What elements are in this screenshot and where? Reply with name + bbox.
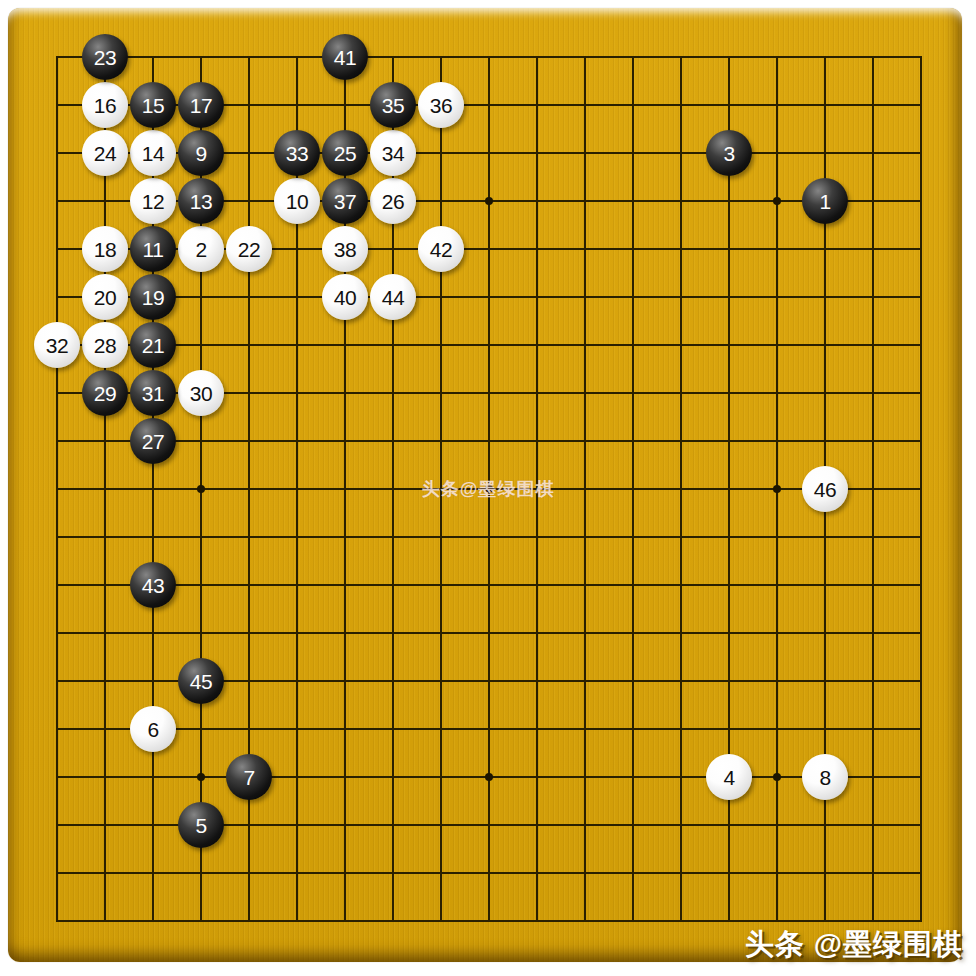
stone-black-35-H18: 35 <box>370 82 416 128</box>
stone-black-17-D18: 17 <box>178 82 224 128</box>
stone-white-24-B17: 24 <box>82 130 128 176</box>
grid-line-horizontal <box>56 872 922 874</box>
stone-black-5-D3: 5 <box>178 802 224 848</box>
stone-white-4-P4: 4 <box>706 754 752 800</box>
grid-line-vertical <box>920 56 922 922</box>
grid-line-horizontal <box>56 920 922 922</box>
stone-white-30-D12: 30 <box>178 370 224 416</box>
stone-black-45-D6: 45 <box>178 658 224 704</box>
stone-black-25-G17: 25 <box>322 130 368 176</box>
stone-white-6-C5: 6 <box>130 706 176 752</box>
stone-black-33-F17: 33 <box>274 130 320 176</box>
grid-line-horizontal <box>56 728 922 730</box>
stone-black-21-C13: 21 <box>130 322 176 368</box>
stone-white-46-R10: 46 <box>802 466 848 512</box>
stone-black-11-C15: 11 <box>130 226 176 272</box>
stone-white-34-H17: 34 <box>370 130 416 176</box>
stone-white-8-R4: 8 <box>802 754 848 800</box>
stone-black-1-R16: 1 <box>802 178 848 224</box>
stone-white-26-H16: 26 <box>370 178 416 224</box>
watermark-bottom-right: 头条 @墨绿围棋 <box>745 925 963 965</box>
stone-black-23-B19: 23 <box>82 34 128 80</box>
stone-white-2-D15: 2 <box>178 226 224 272</box>
stone-white-38-G15: 38 <box>322 226 368 272</box>
star-point <box>773 485 781 493</box>
grid-line-vertical <box>680 56 682 922</box>
grid-line-horizontal <box>56 632 922 634</box>
stone-white-14-C17: 14 <box>130 130 176 176</box>
stone-black-31-C12: 31 <box>130 370 176 416</box>
stone-black-3-P17: 3 <box>706 130 752 176</box>
stone-black-37-G16: 37 <box>322 178 368 224</box>
stone-white-44-H14: 44 <box>370 274 416 320</box>
stone-white-28-B13: 28 <box>82 322 128 368</box>
stone-white-10-F16: 10 <box>274 178 320 224</box>
grid-line-horizontal <box>56 536 922 538</box>
star-point <box>197 773 205 781</box>
page: 1234567891011121314151617181920212223242… <box>0 0 976 976</box>
star-point <box>485 197 493 205</box>
stone-black-29-B12: 29 <box>82 370 128 416</box>
stone-white-12-C16: 12 <box>130 178 176 224</box>
star-point <box>485 773 493 781</box>
stone-white-22-E15: 22 <box>226 226 272 272</box>
grid-line-vertical <box>872 56 874 922</box>
stone-white-18-B15: 18 <box>82 226 128 272</box>
stone-black-7-E4: 7 <box>226 754 272 800</box>
stone-black-15-C18: 15 <box>130 82 176 128</box>
stone-black-19-C14: 19 <box>130 274 176 320</box>
stone-black-13-D16: 13 <box>178 178 224 224</box>
star-point <box>773 197 781 205</box>
star-point <box>773 773 781 781</box>
stone-white-20-B14: 20 <box>82 274 128 320</box>
grid-line-vertical <box>584 56 586 922</box>
watermark-center: 头条@墨绿围棋 <box>422 477 555 501</box>
stone-white-42-J15: 42 <box>418 226 464 272</box>
stone-black-9-D17: 9 <box>178 130 224 176</box>
stone-white-32-A13: 32 <box>34 322 80 368</box>
star-point <box>197 485 205 493</box>
stone-white-40-G14: 40 <box>322 274 368 320</box>
stone-black-43-C8: 43 <box>130 562 176 608</box>
grid-line-horizontal <box>56 584 922 586</box>
stone-black-27-C11: 27 <box>130 418 176 464</box>
grid-line-vertical <box>632 56 634 922</box>
stone-black-41-G19: 41 <box>322 34 368 80</box>
stone-white-36-J18: 36 <box>418 82 464 128</box>
stone-white-16-B18: 16 <box>82 82 128 128</box>
